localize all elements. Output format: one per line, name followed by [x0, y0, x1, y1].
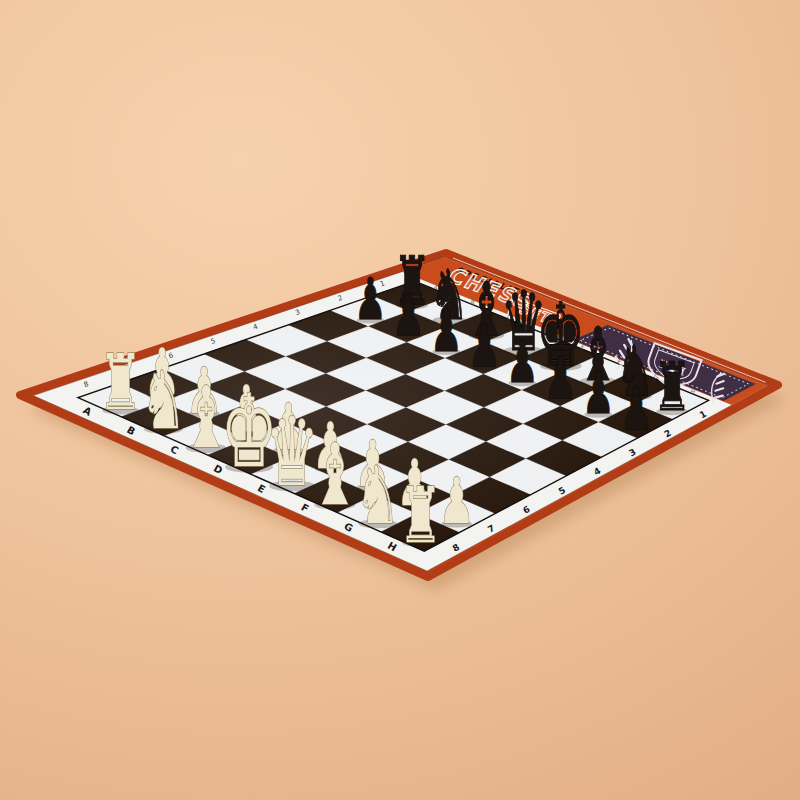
- piece-white-knight-b8[interactable]: ♞: [141, 354, 186, 447]
- piece-black-pawn-e2[interactable]: ♟: [506, 328, 539, 395]
- piece-black-pawn-h2[interactable]: ♟: [620, 375, 653, 442]
- piece-white-bishop-f8[interactable]: ♝: [311, 425, 359, 524]
- piece-white-rook-h8[interactable]: ♜: [399, 470, 443, 560]
- piece-white-rook-a8[interactable]: ♜: [99, 338, 143, 428]
- piece-black-pawn-d2[interactable]: ♟: [468, 313, 501, 380]
- photo-scene: ♜♞♜SPECIALITYCHESSSET♞AABBCCDDEEFFGGHH11…: [0, 0, 800, 800]
- chess-set-photo: ♜♞♜SPECIALITYCHESSSET♞AABBCCDDEEFFGGHH11…: [0, 0, 800, 800]
- piece-black-pawn-g2[interactable]: ♟: [582, 360, 615, 427]
- piece-white-pawn-h7[interactable]: ♟: [438, 463, 474, 538]
- piece-black-pawn-a2[interactable]: ♟: [354, 266, 387, 333]
- piece-white-knight-g8[interactable]: ♞: [355, 449, 400, 542]
- piece-black-pawn-b2[interactable]: ♟: [392, 281, 425, 348]
- piece-black-rook-h1[interactable]: ♜: [653, 348, 691, 426]
- piece-black-pawn-f2[interactable]: ♟: [544, 344, 577, 411]
- piece-black-pawn-c2[interactable]: ♟: [430, 297, 463, 364]
